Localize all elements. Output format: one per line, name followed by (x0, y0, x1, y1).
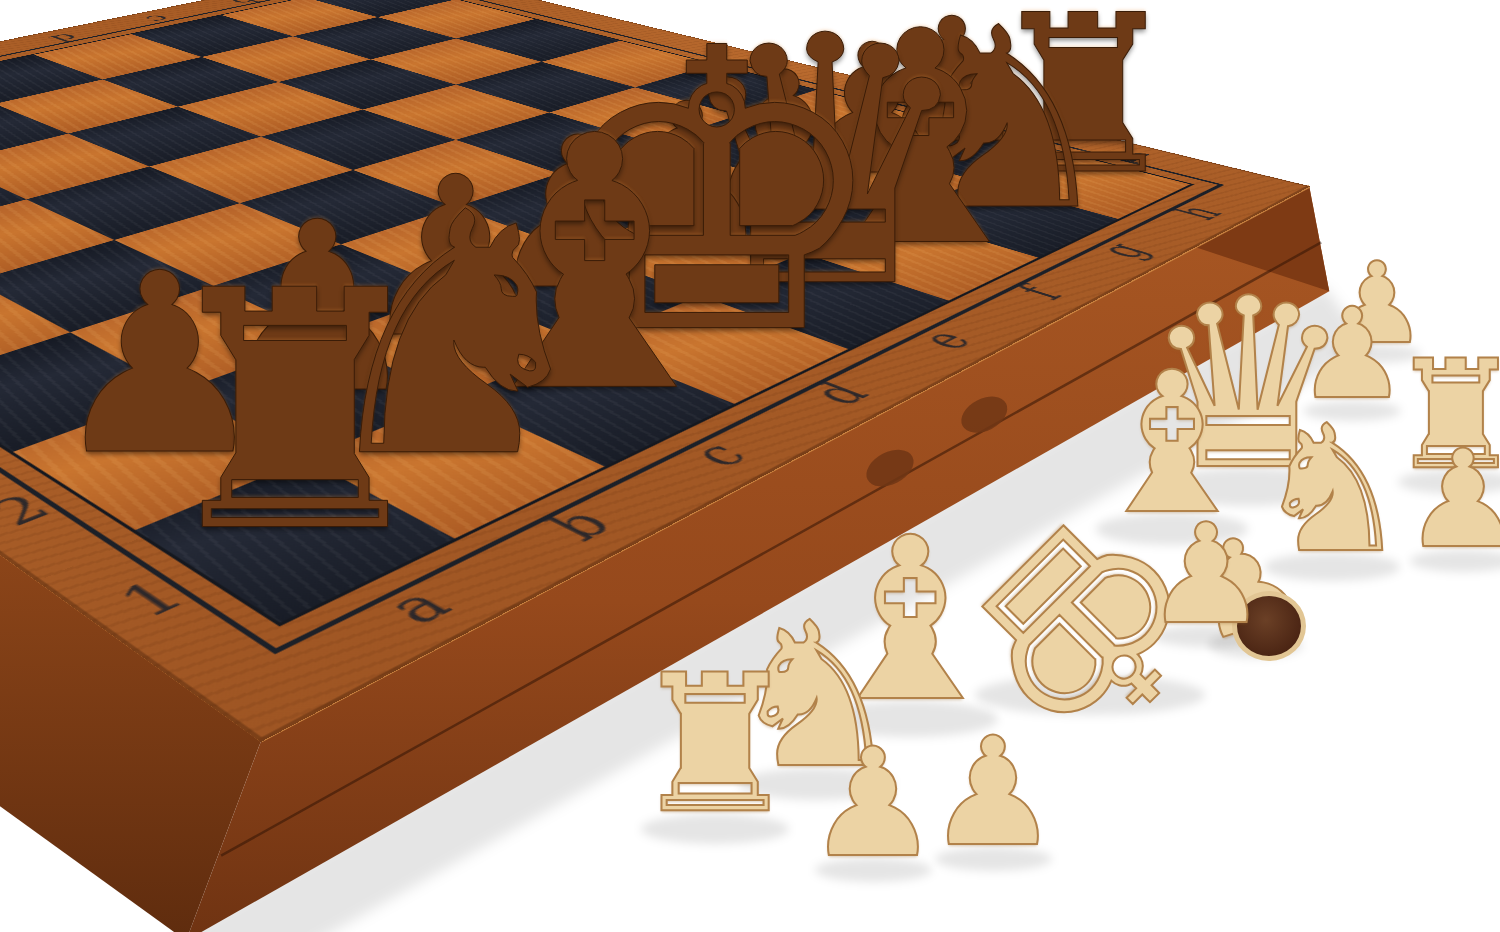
chess-set-photo: aabbccddeeffgghh123456781 ♟♟♟♟♟♟♟♟♜♞♝♚♛♝… (0, 0, 1500, 932)
